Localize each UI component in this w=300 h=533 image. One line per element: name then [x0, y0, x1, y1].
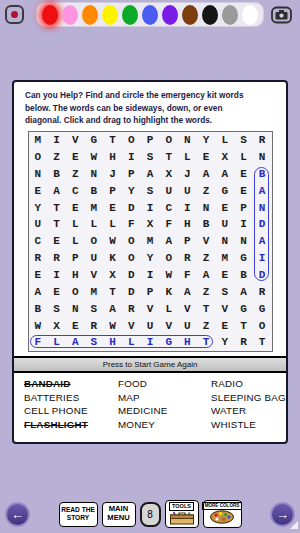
grid-cell-r8c8[interactable]: O — [159, 250, 178, 267]
grid-cell-r13c13[interactable]: T — [253, 334, 272, 351]
grid-cell-r7c6[interactable]: O — [122, 233, 141, 250]
grid-cell-r10c9[interactable]: A — [178, 283, 197, 300]
grid-cell-r12c6[interactable]: V — [122, 317, 141, 334]
grid-cell-r9c3[interactable]: H — [66, 267, 85, 284]
word-list-item-radio[interactable]: RADIO — [211, 378, 286, 392]
previous-page-button[interactable]: ← — [5, 502, 30, 527]
grid-cell-r13c1[interactable]: F — [29, 334, 48, 351]
grid-cell-r13c12[interactable]: R — [234, 334, 253, 351]
grid-cell-r4c2[interactable]: A — [47, 182, 66, 199]
grid-cell-r7c3[interactable]: L — [66, 233, 85, 250]
grid-cell-r9c11[interactable]: E — [215, 267, 234, 284]
grid-cell-r4c4[interactable]: B — [85, 182, 104, 199]
grid-cell-r2c8[interactable]: T — [159, 149, 178, 166]
grid-cell-r10c13[interactable]: R — [253, 283, 272, 300]
grid-cell-r4c11[interactable]: G — [215, 182, 234, 199]
grid-cell-r8c12[interactable]: G — [234, 250, 253, 267]
grid-cell-r3c5[interactable]: J — [103, 166, 122, 183]
grid-cell-r11c3[interactable]: N — [66, 300, 85, 317]
grid-cell-r7c12[interactable]: N — [234, 233, 253, 250]
grid-cell-r7c4[interactable]: O — [85, 233, 104, 250]
grid-cell-r7c2[interactable]: E — [47, 233, 66, 250]
grid-cell-r2c6[interactable]: I — [122, 149, 141, 166]
grid-cell-r6c13[interactable]: D — [253, 216, 272, 233]
color-swatch-black[interactable] — [202, 5, 218, 25]
camera-button[interactable] — [271, 6, 292, 24]
grid-cell-r13c6[interactable]: L — [122, 334, 141, 351]
grid-cell-r3c3[interactable]: Z — [66, 166, 85, 183]
grid-cell-r11c11[interactable]: V — [215, 300, 234, 317]
grid-cell-r4c3[interactable]: C — [66, 182, 85, 199]
grid-cell-r9c4[interactable]: V — [85, 267, 104, 284]
read-the-story-button[interactable]: READ THE STORY — [59, 502, 98, 527]
left-arrow-icon: ← — [11, 507, 24, 522]
grid-cell-r12c5[interactable]: W — [103, 317, 122, 334]
grid-cell-r12c13[interactable]: O — [253, 317, 272, 334]
grid-cell-r8c2[interactable]: R — [47, 250, 66, 267]
grid-cell-r9c1[interactable]: E — [29, 267, 48, 284]
grid-cell-r6c12[interactable]: I — [234, 216, 253, 233]
grid-cell-r9c5[interactable]: X — [103, 267, 122, 284]
grid-cell-r10c11[interactable]: S — [215, 283, 234, 300]
grid-cell-r8c13[interactable]: I — [253, 250, 272, 267]
grid-cell-r11c9[interactable]: V — [178, 300, 197, 317]
grid-cell-r12c4[interactable]: R — [85, 317, 104, 334]
grid-cell-r11c7[interactable]: V — [141, 300, 160, 317]
grid-cell-r5c10[interactable]: N — [197, 199, 216, 216]
grid-cell-r2c13[interactable]: N — [253, 149, 272, 166]
grid-cell-r10c8[interactable]: K — [159, 283, 178, 300]
grid-cell-r12c2[interactable]: X — [47, 317, 66, 334]
grid-cell-r6c7[interactable]: X — [141, 216, 160, 233]
grid-cell-r2c11[interactable]: X — [215, 149, 234, 166]
grid-cell-r9c13[interactable]: D — [253, 267, 272, 284]
grid-cell-r12c12[interactable]: T — [234, 317, 253, 334]
grid-cell-r2c4[interactable]: W — [85, 149, 104, 166]
grid-cell-r4c5[interactable]: P — [103, 182, 122, 199]
grid-cell-r3c8[interactable]: X — [159, 166, 178, 183]
grid-cell-r10c5[interactable]: T — [103, 283, 122, 300]
color-swatch-blue[interactable] — [142, 5, 158, 25]
grid-cell-r1c3[interactable]: V — [66, 132, 85, 149]
instructions-line: below. The words can be sideways, down, … — [25, 102, 275, 115]
grid-cell-r1c5[interactable]: T — [103, 132, 122, 149]
grid-cell-r9c8[interactable]: W — [159, 267, 178, 284]
color-swatch-brown[interactable] — [182, 5, 198, 25]
grid-cell-r5c4[interactable]: M — [85, 199, 104, 216]
grid-cell-r13c8[interactable]: G — [159, 334, 178, 351]
grid-cell-r8c11[interactable]: M — [215, 250, 234, 267]
grid-cell-r13c3[interactable]: A — [66, 334, 85, 351]
grid-cell-r7c7[interactable]: M — [141, 233, 160, 250]
grid-cell-r13c7[interactable]: I — [141, 334, 160, 351]
grid-cell-r6c2[interactable]: T — [47, 216, 66, 233]
right-arrow-icon: → — [276, 507, 289, 522]
color-swatch-yellow[interactable] — [102, 5, 118, 25]
grid-cell-r4c9[interactable]: U — [178, 182, 197, 199]
grid-cell-r3c2[interactable]: B — [47, 166, 66, 183]
grid-cell-r7c1[interactable]: C — [29, 233, 48, 250]
grid-cell-r8c4[interactable]: U — [85, 250, 104, 267]
tools-button-label: TOOLS — [169, 502, 194, 511]
grid-cell-r2c7[interactable]: S — [141, 149, 160, 166]
grid-cell-r10c3[interactable]: O — [66, 283, 85, 300]
word-list-item-batteries[interactable]: BATTERIES — [24, 392, 118, 406]
grid-cell-r9c7[interactable]: I — [141, 267, 160, 284]
grid-cell-r11c6[interactable]: R — [122, 300, 141, 317]
record-dot-icon — [11, 11, 18, 18]
page-number-badge[interactable]: 8 — [140, 502, 161, 527]
grid-cell-r12c11[interactable]: E — [215, 317, 234, 334]
grid-cell-r10c12[interactable]: A — [234, 283, 253, 300]
grid-cell-r3c11[interactable]: A — [215, 166, 234, 183]
grid-cell-r12c9[interactable]: U — [178, 317, 197, 334]
grid-cell-r11c1[interactable]: B — [29, 300, 48, 317]
grid-cell-r2c5[interactable]: H — [103, 149, 122, 166]
word-list-item-bandaid[interactable]: BANDAID — [24, 378, 118, 392]
grid-cell-r5c11[interactable]: E — [215, 199, 234, 216]
grid-cell-r11c12[interactable]: G — [234, 300, 253, 317]
color-swatch-gray[interactable] — [222, 5, 238, 25]
grid-cell-r6c8[interactable]: F — [159, 216, 178, 233]
grid-cell-r10c10[interactable]: Z — [197, 283, 216, 300]
grid-cell-r7c8[interactable]: A — [159, 233, 178, 250]
grid-cell-r9c6[interactable]: D — [122, 267, 141, 284]
word-list-item-sleeping-bag[interactable]: SLEEPING BAG — [211, 392, 286, 406]
grid-cell-r5c6[interactable]: D — [122, 199, 141, 216]
toolbox-icon — [169, 511, 195, 525]
grid-cell-r7c10[interactable]: V — [197, 233, 216, 250]
grid-cell-r13c11[interactable]: Y — [215, 334, 234, 351]
grid-cell-r10c1[interactable]: A — [29, 283, 48, 300]
grid-cell-r9c12[interactable]: B — [234, 267, 253, 284]
word-list-item-map[interactable]: MAP — [118, 392, 211, 406]
grid-cell-r11c2[interactable]: S — [47, 300, 66, 317]
grid-cell-r11c8[interactable]: L — [159, 300, 178, 317]
word-list-item-water[interactable]: WATER — [211, 405, 286, 419]
grid-cell-r6c9[interactable]: H — [178, 216, 197, 233]
grid-cell-r8c5[interactable]: K — [103, 250, 122, 267]
grid-cell-r12c1[interactable]: W — [29, 317, 48, 334]
grid-cell-r6c1[interactable]: U — [29, 216, 48, 233]
grid-cell-r4c1[interactable]: E — [29, 182, 48, 199]
word-list-item-food[interactable]: FOOD — [118, 378, 211, 392]
grid-cell-r8c3[interactable]: P — [66, 250, 85, 267]
grid-cell-r5c7[interactable]: I — [141, 199, 160, 216]
grid-cell-r3c4[interactable]: N — [85, 166, 104, 183]
grid-cell-r7c11[interactable]: N — [215, 233, 234, 250]
grid-cell-r13c5[interactable]: H — [103, 334, 122, 351]
grid-cell-r5c2[interactable]: T — [47, 199, 66, 216]
grid-cell-r7c9[interactable]: P — [178, 233, 197, 250]
grid-cell-r6c11[interactable]: U — [215, 216, 234, 233]
grid-cell-r3c13[interactable]: B — [253, 166, 272, 183]
grid-cell-r5c5[interactable]: E — [103, 199, 122, 216]
grid-cell-r5c9[interactable]: I — [178, 199, 197, 216]
grid-cell-r8c1[interactable]: R — [29, 250, 48, 267]
grid-cell-r2c12[interactable]: L — [234, 149, 253, 166]
grid-cell-r8c7[interactable]: Y — [141, 250, 160, 267]
tools-button[interactable]: TOOLS — [165, 500, 199, 528]
grid-cell-r6c6[interactable]: F — [122, 216, 141, 233]
more-colors-button-label: MORE COLORS — [202, 502, 243, 510]
more-colors-button[interactable]: MORE COLORS — [203, 500, 242, 528]
paint-palette-icon — [209, 510, 235, 524]
grid-cell-r12c10[interactable]: Z — [197, 317, 216, 334]
grid-cell-r6c3[interactable]: L — [66, 216, 85, 233]
word-list-item-whistle[interactable]: WHISTLE — [211, 419, 286, 433]
word-list-item-medicine[interactable]: MEDICINE — [118, 405, 211, 419]
grid-cell-r4c6[interactable]: Y — [122, 182, 141, 199]
grid-cell-r7c13[interactable]: A — [253, 233, 272, 250]
color-palette — [36, 2, 264, 27]
grid-cell-r4c12[interactable]: E — [234, 182, 253, 199]
word-grid[interactable]: MIVGTOPONYLSROZEWHISTLEXLNNBZNJPAXJAAEBE… — [28, 131, 273, 352]
grid-cell-r10c6[interactable]: D — [122, 283, 141, 300]
grid-cell-r4c10[interactable]: Z — [197, 182, 216, 199]
grid-cell-r12c7[interactable]: U — [141, 317, 160, 334]
grid-cell-r10c7[interactable]: P — [141, 283, 160, 300]
grid-cell-r11c10[interactable]: T — [197, 300, 216, 317]
grid-cell-r1c13[interactable]: R — [253, 132, 272, 149]
grid-cell-r13c10[interactable]: T — [197, 334, 216, 351]
grid-cell-r1c6[interactable]: O — [122, 132, 141, 149]
toolbar-button-group: READ THE STORY MAIN MENU 8 TOOLS MORE CO… — [59, 500, 242, 528]
word-list-item-money[interactable]: MONEY — [118, 419, 211, 433]
grid-cell-r13c9[interactable]: H — [178, 334, 197, 351]
grid-cell-r6c10[interactable]: B — [197, 216, 216, 233]
color-swatch-green[interactable] — [122, 5, 138, 25]
grid-cell-r3c9[interactable]: J — [178, 166, 197, 183]
grid-cell-r9c10[interactable]: A — [197, 267, 216, 284]
grid-cell-r1c2[interactable]: I — [47, 132, 66, 149]
grid-cell-r3c6[interactable]: P — [122, 166, 141, 183]
grid-cell-r8c10[interactable]: Z — [197, 250, 216, 267]
grid-cell-r6c5[interactable]: L — [103, 216, 122, 233]
grid-cell-r1c1[interactable]: M — [29, 132, 48, 149]
grid-cell-r1c9[interactable]: N — [178, 132, 197, 149]
grid-cell-r5c12[interactable]: P — [234, 199, 253, 216]
grid-cell-r5c8[interactable]: C — [159, 199, 178, 216]
grid-cell-r2c1[interactable]: O — [29, 149, 48, 166]
grid-cell-r5c3[interactable]: E — [66, 199, 85, 216]
grid-cell-r9c2[interactable]: I — [47, 267, 66, 284]
puzzle-panel: Can you Help? Find and circle the emerge… — [12, 80, 288, 444]
grid-cell-r11c4[interactable]: S — [85, 300, 104, 317]
record-button[interactable] — [5, 5, 24, 24]
color-swatch-pink[interactable] — [62, 5, 78, 25]
instructions-line: diagonal. Click and drag to highlight th… — [25, 114, 275, 127]
grid-cell-r5c1[interactable]: Y — [29, 199, 48, 216]
grid-cell-r4c7[interactable]: S — [141, 182, 160, 199]
color-swatch-orange[interactable] — [82, 5, 98, 25]
grid-cell-r3c1[interactable]: N — [29, 166, 48, 183]
grid-cell-r1c7[interactable]: P — [141, 132, 160, 149]
grid-cell-r8c6[interactable]: O — [122, 250, 141, 267]
grid-cell-r4c8[interactable]: U — [159, 182, 178, 199]
grid-cell-r10c4[interactable]: M — [85, 283, 104, 300]
grid-cell-r13c4[interactable]: S — [85, 334, 104, 351]
top-bar — [0, 0, 300, 30]
grid-cell-r1c10[interactable]: Y — [197, 132, 216, 149]
grid-cell-r1c11[interactable]: L — [215, 132, 234, 149]
color-swatch-purple[interactable] — [162, 5, 178, 25]
word-list-item-flashlight[interactable]: FLASHLIGHT — [24, 419, 118, 433]
grid-cell-r3c10[interactable]: A — [197, 166, 216, 183]
grid-cell-r3c12[interactable]: E — [234, 166, 253, 183]
grid-cell-r12c8[interactable]: V — [159, 317, 178, 334]
grid-cell-r4c13[interactable]: A — [253, 182, 272, 199]
instructions-text: Can you Help? Find and circle the emerge… — [25, 89, 275, 127]
grid-cell-r10c2[interactable]: E — [47, 283, 66, 300]
restart-game-button[interactable]: Press to Start Game Again — [14, 356, 286, 373]
grid-cell-r2c10[interactable]: E — [197, 149, 216, 166]
grid-cell-r2c3[interactable]: E — [66, 149, 85, 166]
color-swatch-white[interactable] — [242, 5, 258, 25]
main-menu-button[interactable]: MAIN MENU — [102, 502, 136, 527]
grid-cell-r3c7[interactable]: A — [141, 166, 160, 183]
resize-corner-icon — [290, 521, 298, 529]
grid-cell-r2c2[interactable]: Z — [47, 149, 66, 166]
grid-cell-r1c12[interactable]: S — [234, 132, 253, 149]
grid-cell-r11c5[interactable]: A — [103, 300, 122, 317]
word-list-item-cell-phone[interactable]: CELL PHONE — [24, 405, 118, 419]
grid-cell-r1c8[interactable]: O — [159, 132, 178, 149]
word-list: BANDAIDBATTERIESCELL PHONEFLASHLIGHTFOOD… — [14, 373, 286, 433]
grid-cell-r11c13[interactable]: G — [253, 300, 272, 317]
grid-cell-r12c3[interactable]: E — [66, 317, 85, 334]
bottom-toolbar: ← READ THE STORY MAIN MENU 8 TOOLS MORE … — [0, 498, 300, 530]
camera-icon — [271, 6, 292, 24]
grid-cell-r8c9[interactable]: R — [178, 250, 197, 267]
color-swatch-red[interactable] — [42, 5, 58, 25]
grid-cell-r7c5[interactable]: W — [103, 233, 122, 250]
grid-cell-r5c13[interactable]: N — [253, 199, 272, 216]
grid-cell-r2c9[interactable]: L — [178, 149, 197, 166]
grid-cell-r13c2[interactable]: L — [47, 334, 66, 351]
grid-cell-r9c9[interactable]: F — [178, 267, 197, 284]
grid-cell-r1c4[interactable]: G — [85, 132, 104, 149]
grid-cell-r6c4[interactable]: L — [85, 216, 104, 233]
instructions-line: Can you Help? Find and circle the emerge… — [25, 89, 275, 102]
